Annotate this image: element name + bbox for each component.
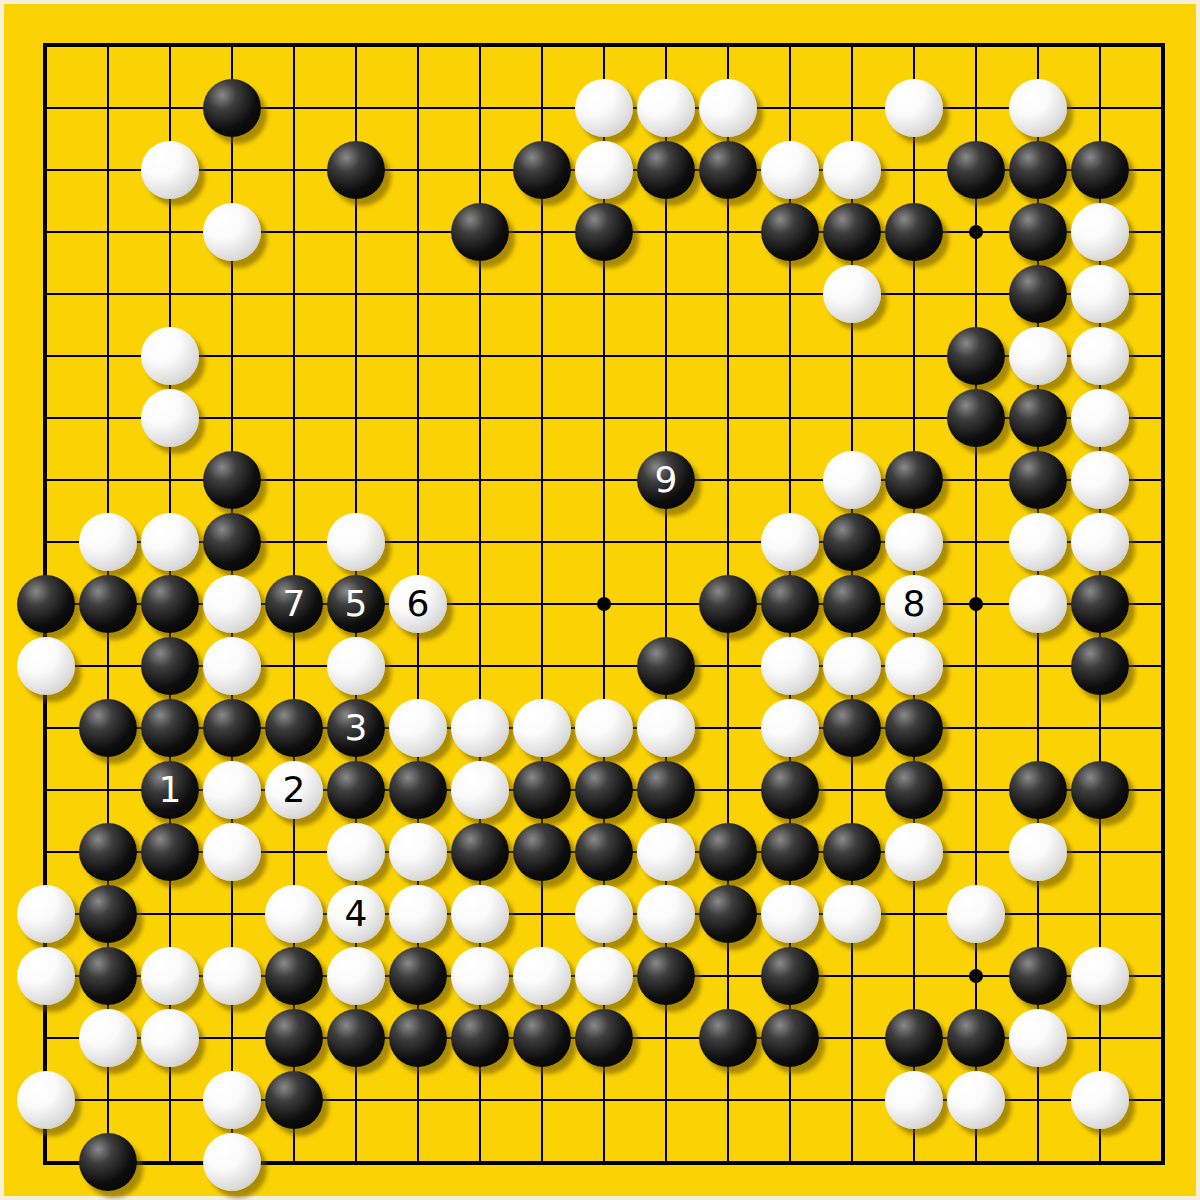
stone-black: 3 xyxy=(327,699,385,757)
stone-white xyxy=(761,699,819,757)
stone-white xyxy=(637,823,695,881)
stone-white xyxy=(141,1009,199,1067)
stone-black xyxy=(637,637,695,695)
move-number: 8 xyxy=(903,586,926,622)
stone-black xyxy=(761,947,819,1005)
stone-black xyxy=(203,451,261,509)
stone-black xyxy=(265,1009,323,1067)
stone-white xyxy=(947,1071,1005,1129)
stone-white xyxy=(327,513,385,571)
stone-white xyxy=(327,637,385,695)
stone-white: 8 xyxy=(885,575,943,633)
move-number: 7 xyxy=(283,586,306,622)
stone-white xyxy=(885,513,943,571)
stone-black xyxy=(389,761,447,819)
stone-white xyxy=(637,885,695,943)
stone-black xyxy=(1009,141,1067,199)
star-point xyxy=(969,597,983,611)
stone-white xyxy=(637,699,695,757)
stone-black xyxy=(575,823,633,881)
stone-black: 5 xyxy=(327,575,385,633)
stone-black xyxy=(1009,761,1067,819)
stone-black xyxy=(699,823,757,881)
stone-white xyxy=(327,947,385,1005)
move-number: 5 xyxy=(345,586,368,622)
stone-white xyxy=(389,823,447,881)
stone-white xyxy=(1071,947,1129,1005)
stone-black xyxy=(947,389,1005,447)
stone-white xyxy=(885,1071,943,1129)
stone-white xyxy=(575,699,633,757)
stone-black xyxy=(451,1009,509,1067)
stone-black xyxy=(1071,637,1129,695)
move-number: 4 xyxy=(345,896,368,932)
stone-black xyxy=(1009,451,1067,509)
stone-white xyxy=(823,451,881,509)
stone-white xyxy=(389,885,447,943)
stone-black xyxy=(389,947,447,1005)
stone-black xyxy=(637,141,695,199)
stone-white: 2 xyxy=(265,761,323,819)
stone-black xyxy=(79,885,137,943)
stone-white xyxy=(885,823,943,881)
stone-white xyxy=(761,141,819,199)
stone-black xyxy=(1071,141,1129,199)
move-number: 9 xyxy=(655,462,678,498)
stone-white xyxy=(1071,451,1129,509)
stone-white xyxy=(141,389,199,447)
stone-white xyxy=(203,1071,261,1129)
stone-black xyxy=(699,885,757,943)
stone-black xyxy=(265,1071,323,1129)
star-point xyxy=(597,597,611,611)
stone-black xyxy=(141,699,199,757)
stone-white xyxy=(637,79,695,137)
stone-black xyxy=(761,203,819,261)
stone-black xyxy=(17,575,75,633)
stone-white xyxy=(1071,1071,1129,1129)
stone-white xyxy=(79,1009,137,1067)
stone-white xyxy=(203,761,261,819)
stone-white xyxy=(575,79,633,137)
stone-white xyxy=(761,513,819,571)
stone-white xyxy=(761,637,819,695)
stone-white xyxy=(1009,513,1067,571)
stone-white xyxy=(451,699,509,757)
go-board-frame: 975683124 xyxy=(0,0,1200,1200)
stone-white xyxy=(1071,203,1129,261)
stone-black xyxy=(637,947,695,1005)
stone-black xyxy=(203,79,261,137)
stone-black xyxy=(761,1009,819,1067)
stone-white xyxy=(203,947,261,1005)
stone-black xyxy=(761,575,819,633)
stone-white xyxy=(1009,327,1067,385)
stone-white xyxy=(451,947,509,1005)
go-board[interactable]: 975683124 xyxy=(4,4,1196,1196)
move-number: 3 xyxy=(345,710,368,746)
stone-white xyxy=(451,761,509,819)
stone-white xyxy=(17,637,75,695)
stone-black: 1 xyxy=(141,761,199,819)
stone-black xyxy=(1009,947,1067,1005)
stone-white xyxy=(141,141,199,199)
stone-black xyxy=(947,1009,1005,1067)
stone-black xyxy=(575,761,633,819)
stone-white xyxy=(1071,265,1129,323)
stone-black xyxy=(513,823,571,881)
stone-black xyxy=(575,203,633,261)
stone-white xyxy=(141,947,199,1005)
stone-black xyxy=(699,575,757,633)
stone-white xyxy=(699,79,757,137)
stone-white xyxy=(17,1071,75,1129)
stone-white xyxy=(1071,389,1129,447)
stone-black xyxy=(451,823,509,881)
stone-black xyxy=(389,1009,447,1067)
stone-black xyxy=(885,761,943,819)
stone-black xyxy=(637,761,695,819)
stone-white xyxy=(513,947,571,1005)
stone-white xyxy=(1009,575,1067,633)
stone-black xyxy=(885,699,943,757)
stone-black xyxy=(823,575,881,633)
stone-black xyxy=(203,513,261,571)
stone-black xyxy=(1009,389,1067,447)
stone-white xyxy=(79,513,137,571)
stone-black: 7 xyxy=(265,575,323,633)
stone-black xyxy=(513,761,571,819)
stone-white: 6 xyxy=(389,575,447,633)
stone-white xyxy=(823,637,881,695)
stone-white xyxy=(17,885,75,943)
stone-white xyxy=(203,637,261,695)
stone-white xyxy=(203,203,261,261)
stone-white xyxy=(1009,823,1067,881)
stone-black xyxy=(761,761,819,819)
stone-white xyxy=(203,1133,261,1191)
stone-black xyxy=(79,575,137,633)
stone-black xyxy=(823,203,881,261)
stone-black xyxy=(265,947,323,1005)
star-point xyxy=(969,225,983,239)
stone-white: 4 xyxy=(327,885,385,943)
stone-black xyxy=(1071,575,1129,633)
stone-black xyxy=(79,699,137,757)
stone-white xyxy=(947,885,1005,943)
stone-black xyxy=(141,575,199,633)
stone-white xyxy=(203,575,261,633)
stone-black xyxy=(327,141,385,199)
stone-black xyxy=(451,203,509,261)
stone-white xyxy=(823,141,881,199)
stone-black xyxy=(947,327,1005,385)
stone-black xyxy=(885,203,943,261)
stone-black xyxy=(823,699,881,757)
star-point xyxy=(969,969,983,983)
stone-white xyxy=(823,265,881,323)
move-number: 2 xyxy=(283,772,306,808)
stone-white xyxy=(575,141,633,199)
stone-black xyxy=(1071,761,1129,819)
stone-black xyxy=(265,699,323,757)
stone-white xyxy=(885,79,943,137)
stone-black xyxy=(141,637,199,695)
stone-white xyxy=(1071,327,1129,385)
stone-white xyxy=(513,699,571,757)
stone-white xyxy=(265,885,323,943)
stone-white xyxy=(1009,1009,1067,1067)
stone-white xyxy=(141,327,199,385)
stone-black xyxy=(203,699,261,757)
stone-black: 9 xyxy=(637,451,695,509)
stone-white xyxy=(575,885,633,943)
stone-white xyxy=(1009,79,1067,137)
stone-white xyxy=(389,699,447,757)
stone-white xyxy=(203,823,261,881)
stone-black xyxy=(699,141,757,199)
stone-black xyxy=(699,1009,757,1067)
stone-black xyxy=(79,1133,137,1191)
stone-black xyxy=(761,823,819,881)
stone-white xyxy=(761,885,819,943)
stone-black xyxy=(947,141,1005,199)
stone-white xyxy=(1071,513,1129,571)
stone-white xyxy=(327,823,385,881)
move-number: 1 xyxy=(159,772,182,808)
stone-black xyxy=(575,1009,633,1067)
stone-white xyxy=(17,947,75,1005)
stone-white xyxy=(885,637,943,695)
stone-black xyxy=(885,1009,943,1067)
stone-black xyxy=(327,761,385,819)
stone-black xyxy=(1009,203,1067,261)
stone-white xyxy=(823,885,881,943)
stone-black xyxy=(823,823,881,881)
stone-white xyxy=(141,513,199,571)
stone-black xyxy=(79,823,137,881)
stone-black xyxy=(885,451,943,509)
stone-black xyxy=(513,1009,571,1067)
stone-black xyxy=(327,1009,385,1067)
stone-white xyxy=(575,947,633,1005)
stone-white xyxy=(451,885,509,943)
move-number: 6 xyxy=(407,586,430,622)
stone-black xyxy=(141,823,199,881)
stone-black xyxy=(823,513,881,571)
stone-black xyxy=(1009,265,1067,323)
stone-black xyxy=(513,141,571,199)
stone-black xyxy=(79,947,137,1005)
